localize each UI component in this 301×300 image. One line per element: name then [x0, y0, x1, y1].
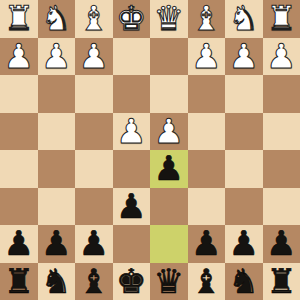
black-pawn[interactable]: ♟ [116, 188, 146, 226]
square-g6[interactable] [38, 188, 76, 226]
square-d8[interactable]: ♛ [150, 263, 188, 300]
black-knight[interactable]: ♞ [41, 263, 71, 300]
square-b5[interactable] [225, 150, 263, 188]
square-d2[interactable] [150, 38, 188, 76]
square-a1[interactable]: ♜ [263, 0, 301, 38]
square-f1[interactable]: ♝ [75, 0, 113, 38]
square-d5[interactable]: ♟ [150, 150, 188, 188]
square-g7[interactable]: ♟ [38, 225, 76, 263]
square-g1[interactable]: ♞ [38, 0, 76, 38]
white-pawn[interactable]: ♟ [79, 38, 109, 76]
square-e2[interactable] [113, 38, 151, 76]
black-pawn[interactable]: ♟ [41, 225, 71, 263]
square-f7[interactable]: ♟ [75, 225, 113, 263]
white-pawn[interactable]: ♟ [41, 38, 71, 76]
square-f8[interactable]: ♝ [75, 263, 113, 300]
square-f6[interactable] [75, 188, 113, 226]
square-b6[interactable] [225, 188, 263, 226]
square-h3[interactable] [0, 75, 38, 113]
black-bishop[interactable]: ♝ [79, 263, 109, 300]
white-rook[interactable]: ♜ [4, 0, 34, 38]
chess-board: ♜♞♝♚♛♝♞♜♟♟♟♟♟♟♟♟♟♟♟♟♟♟♟♟♜♞♝♚♛♝♞♜ [0, 0, 300, 300]
black-pawn[interactable]: ♟ [154, 150, 184, 188]
square-c1[interactable]: ♝ [188, 0, 226, 38]
square-a2[interactable]: ♟ [263, 38, 301, 76]
white-king[interactable]: ♚ [116, 0, 146, 38]
white-bishop[interactable]: ♝ [191, 0, 221, 38]
square-g5[interactable] [38, 150, 76, 188]
square-c3[interactable] [188, 75, 226, 113]
square-b8[interactable]: ♞ [225, 263, 263, 300]
square-a7[interactable]: ♟ [263, 225, 301, 263]
square-f5[interactable] [75, 150, 113, 188]
square-h2[interactable]: ♟ [0, 38, 38, 76]
square-b4[interactable] [225, 113, 263, 151]
white-pawn[interactable]: ♟ [154, 113, 184, 151]
square-e1[interactable]: ♚ [113, 0, 151, 38]
square-e6[interactable]: ♟ [113, 188, 151, 226]
black-king[interactable]: ♚ [116, 263, 146, 300]
square-d3[interactable] [150, 75, 188, 113]
square-h8[interactable]: ♜ [0, 263, 38, 300]
white-knight[interactable]: ♞ [41, 0, 71, 38]
white-pawn[interactable]: ♟ [229, 38, 259, 76]
square-c8[interactable]: ♝ [188, 263, 226, 300]
square-h1[interactable]: ♜ [0, 0, 38, 38]
square-b1[interactable]: ♞ [225, 0, 263, 38]
square-d6[interactable] [150, 188, 188, 226]
square-e3[interactable] [113, 75, 151, 113]
white-pawn[interactable]: ♟ [116, 113, 146, 151]
square-g3[interactable] [38, 75, 76, 113]
black-pawn[interactable]: ♟ [229, 225, 259, 263]
black-knight[interactable]: ♞ [229, 263, 259, 300]
square-c6[interactable] [188, 188, 226, 226]
white-queen[interactable]: ♛ [154, 0, 184, 38]
square-a4[interactable] [263, 113, 301, 151]
square-b2[interactable]: ♟ [225, 38, 263, 76]
square-d1[interactable]: ♛ [150, 0, 188, 38]
black-pawn[interactable]: ♟ [191, 225, 221, 263]
square-f4[interactable] [75, 113, 113, 151]
square-f3[interactable] [75, 75, 113, 113]
square-c7[interactable]: ♟ [188, 225, 226, 263]
square-g4[interactable] [38, 113, 76, 151]
square-a8[interactable]: ♜ [263, 263, 301, 300]
square-c4[interactable] [188, 113, 226, 151]
square-a5[interactable] [263, 150, 301, 188]
square-e8[interactable]: ♚ [113, 263, 151, 300]
white-bishop[interactable]: ♝ [79, 0, 109, 38]
black-queen[interactable]: ♛ [154, 263, 184, 300]
black-pawn[interactable]: ♟ [266, 225, 296, 263]
square-b7[interactable]: ♟ [225, 225, 263, 263]
square-d4[interactable]: ♟ [150, 113, 188, 151]
white-pawn[interactable]: ♟ [191, 38, 221, 76]
black-rook[interactable]: ♜ [266, 263, 296, 300]
white-rook[interactable]: ♜ [266, 0, 296, 38]
square-c5[interactable] [188, 150, 226, 188]
square-g8[interactable]: ♞ [38, 263, 76, 300]
square-e7[interactable] [113, 225, 151, 263]
square-f2[interactable]: ♟ [75, 38, 113, 76]
square-b3[interactable] [225, 75, 263, 113]
black-bishop[interactable]: ♝ [191, 263, 221, 300]
square-g2[interactable]: ♟ [38, 38, 76, 76]
white-pawn[interactable]: ♟ [266, 38, 296, 76]
square-e4[interactable]: ♟ [113, 113, 151, 151]
black-pawn[interactable]: ♟ [79, 225, 109, 263]
square-c2[interactable]: ♟ [188, 38, 226, 76]
square-h5[interactable] [0, 150, 38, 188]
square-h4[interactable] [0, 113, 38, 151]
square-h7[interactable]: ♟ [0, 225, 38, 263]
square-d7[interactable] [150, 225, 188, 263]
square-h6[interactable] [0, 188, 38, 226]
square-e5[interactable] [113, 150, 151, 188]
black-pawn[interactable]: ♟ [4, 225, 34, 263]
square-a6[interactable] [263, 188, 301, 226]
square-a3[interactable] [263, 75, 301, 113]
black-rook[interactable]: ♜ [4, 263, 34, 300]
white-knight[interactable]: ♞ [229, 0, 259, 38]
white-pawn[interactable]: ♟ [4, 38, 34, 76]
